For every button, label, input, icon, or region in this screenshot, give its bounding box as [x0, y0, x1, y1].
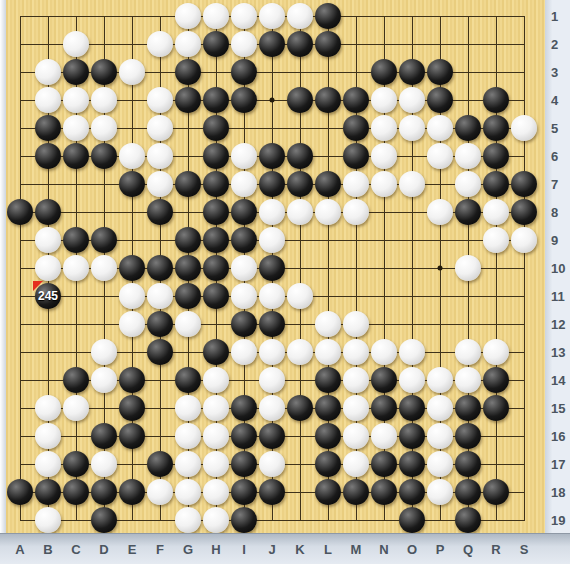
row-label-15: 15 — [551, 401, 565, 416]
row-label-14: 14 — [551, 373, 565, 388]
stone-black-E7[interactable] — [119, 171, 145, 197]
stone-white-B19[interactable] — [35, 507, 61, 533]
stone-white-O7[interactable] — [399, 171, 425, 197]
stone-white-J17[interactable] — [259, 451, 285, 477]
stone-black-E16[interactable] — [119, 423, 145, 449]
stone-black-O19[interactable] — [399, 507, 425, 533]
stone-white-B10[interactable] — [35, 255, 61, 281]
stone-black-H11[interactable] — [203, 283, 229, 309]
stone-black-R5[interactable] — [483, 115, 509, 141]
stone-white-J1[interactable] — [259, 3, 285, 29]
stone-white-N4[interactable] — [371, 87, 397, 113]
stone-white-L8[interactable] — [315, 199, 341, 225]
stone-white-I11[interactable] — [231, 283, 257, 309]
stone-white-R13[interactable] — [483, 339, 509, 365]
stone-white-F4[interactable] — [147, 87, 173, 113]
stone-white-M17[interactable] — [343, 451, 369, 477]
stone-white-I2[interactable] — [231, 31, 257, 57]
column-label-C: C — [71, 542, 80, 557]
stone-black-E14[interactable] — [119, 367, 145, 393]
stone-black-I16[interactable] — [231, 423, 257, 449]
stone-white-M16[interactable] — [343, 423, 369, 449]
stone-white-F5[interactable] — [147, 115, 173, 141]
stone-white-R9[interactable] — [483, 227, 509, 253]
stone-black-H4[interactable] — [203, 87, 229, 113]
stone-black-M6[interactable] — [343, 143, 369, 169]
row-coordinate-strip: 12345678910111213141516171819 — [545, 0, 570, 533]
stone-white-S5[interactable] — [511, 115, 537, 141]
star-point-P10 — [438, 266, 443, 271]
stone-black-L4[interactable] — [315, 87, 341, 113]
stone-white-J11[interactable] — [259, 283, 285, 309]
stone-black-G9[interactable] — [175, 227, 201, 253]
stone-black-Q8[interactable] — [455, 199, 481, 225]
column-label-Q: Q — [463, 542, 473, 557]
stone-black-I8[interactable] — [231, 199, 257, 225]
stone-white-J8[interactable] — [259, 199, 285, 225]
row-label-6: 6 — [551, 149, 558, 164]
column-label-M: M — [351, 542, 362, 557]
stone-white-L13[interactable] — [315, 339, 341, 365]
stone-black-L7[interactable] — [315, 171, 341, 197]
stone-white-M8[interactable] — [343, 199, 369, 225]
stone-white-K11[interactable] — [287, 283, 313, 309]
stone-black-N14[interactable] — [371, 367, 397, 393]
column-label-D: D — [99, 542, 108, 557]
stone-black-M18[interactable] — [343, 479, 369, 505]
stone-black-G4[interactable] — [175, 87, 201, 113]
go-board[interactable]: 245 — [0, 0, 545, 533]
stone-white-O4[interactable] — [399, 87, 425, 113]
column-coordinate-strip: ABCDEFGHIJKLMNOPQRS — [0, 533, 570, 564]
column-label-A: A — [15, 542, 24, 557]
stone-white-L12[interactable] — [315, 311, 341, 337]
stone-black-G11[interactable] — [175, 283, 201, 309]
stone-black-A8[interactable] — [7, 199, 33, 225]
stone-white-D4[interactable] — [91, 87, 117, 113]
column-label-S: S — [520, 542, 529, 557]
stone-black-N18[interactable] — [371, 479, 397, 505]
stone-black-I4[interactable] — [231, 87, 257, 113]
stone-black-P4[interactable] — [427, 87, 453, 113]
stone-black-Q5[interactable] — [455, 115, 481, 141]
column-label-G: G — [183, 542, 193, 557]
column-label-E: E — [128, 542, 137, 557]
stone-black-F12[interactable] — [147, 311, 173, 337]
stone-black-E18[interactable] — [119, 479, 145, 505]
stone-black-O15[interactable] — [399, 395, 425, 421]
row-label-12: 12 — [551, 317, 565, 332]
stone-white-P18[interactable] — [427, 479, 453, 505]
stone-black-H6[interactable] — [203, 143, 229, 169]
row-label-10: 10 — [551, 261, 565, 276]
stone-white-J9[interactable] — [259, 227, 285, 253]
stone-white-M13[interactable] — [343, 339, 369, 365]
stone-black-I15[interactable] — [231, 395, 257, 421]
stone-white-C5[interactable] — [63, 115, 89, 141]
column-label-J: J — [268, 542, 275, 557]
stone-black-G7[interactable] — [175, 171, 201, 197]
stone-white-H18[interactable] — [203, 479, 229, 505]
stone-black-R6[interactable] — [483, 143, 509, 169]
stone-white-D13[interactable] — [91, 339, 117, 365]
stone-white-P6[interactable] — [427, 143, 453, 169]
stone-white-P14[interactable] — [427, 367, 453, 393]
row-label-5: 5 — [551, 121, 558, 136]
column-label-F: F — [156, 542, 164, 557]
stone-white-B17[interactable] — [35, 451, 61, 477]
stone-white-P8[interactable] — [427, 199, 453, 225]
stone-white-O5[interactable] — [399, 115, 425, 141]
stone-black-H2[interactable] — [203, 31, 229, 57]
row-label-2: 2 — [551, 37, 558, 52]
stone-black-B8[interactable] — [35, 199, 61, 225]
stone-black-B11[interactable]: 245 — [35, 283, 61, 309]
stone-black-O16[interactable] — [399, 423, 425, 449]
stone-black-R7[interactable] — [483, 171, 509, 197]
stone-black-H9[interactable] — [203, 227, 229, 253]
column-label-L: L — [324, 542, 332, 557]
column-label-I: I — [242, 542, 246, 557]
stone-white-K1[interactable] — [287, 3, 313, 29]
stone-black-N3[interactable] — [371, 59, 397, 85]
stone-black-O18[interactable] — [399, 479, 425, 505]
stone-white-S9[interactable] — [511, 227, 537, 253]
stone-white-Q14[interactable] — [455, 367, 481, 393]
stone-black-L2[interactable] — [315, 31, 341, 57]
stone-white-M14[interactable] — [343, 367, 369, 393]
stone-white-Q13[interactable] — [455, 339, 481, 365]
column-label-R: R — [491, 542, 500, 557]
grid-line-vertical — [524, 16, 525, 521]
column-label-P: P — [436, 542, 445, 557]
stone-black-C14[interactable] — [63, 367, 89, 393]
stone-black-L14[interactable] — [315, 367, 341, 393]
stone-white-G1[interactable] — [175, 3, 201, 29]
stone-black-H10[interactable] — [203, 255, 229, 281]
stone-white-F18[interactable] — [147, 479, 173, 505]
stone-white-I1[interactable] — [231, 3, 257, 29]
stone-white-Q6[interactable] — [455, 143, 481, 169]
stone-black-L18[interactable] — [315, 479, 341, 505]
stone-black-F10[interactable] — [147, 255, 173, 281]
stone-white-B4[interactable] — [35, 87, 61, 113]
stone-black-Q19[interactable] — [455, 507, 481, 533]
stone-white-H16[interactable] — [203, 423, 229, 449]
stone-black-H7[interactable] — [203, 171, 229, 197]
stone-white-J13[interactable] — [259, 339, 285, 365]
stone-white-E3[interactable] — [119, 59, 145, 85]
move-number-label: 245 — [38, 289, 58, 303]
stone-white-N7[interactable] — [371, 171, 397, 197]
stone-black-O17[interactable] — [399, 451, 425, 477]
stone-white-G16[interactable] — [175, 423, 201, 449]
stone-black-I18[interactable] — [231, 479, 257, 505]
stone-white-N6[interactable] — [371, 143, 397, 169]
stone-white-M7[interactable] — [343, 171, 369, 197]
row-label-16: 16 — [551, 429, 565, 444]
stone-black-B5[interactable] — [35, 115, 61, 141]
stone-white-D17[interactable] — [91, 451, 117, 477]
stone-white-I6[interactable] — [231, 143, 257, 169]
stone-white-G17[interactable] — [175, 451, 201, 477]
stone-black-A18[interactable] — [7, 479, 33, 505]
stone-black-S8[interactable] — [511, 199, 537, 225]
stone-black-K2[interactable] — [287, 31, 313, 57]
stone-white-P16[interactable] — [427, 423, 453, 449]
stone-white-K8[interactable] — [287, 199, 313, 225]
stone-black-G3[interactable] — [175, 59, 201, 85]
stone-black-R15[interactable] — [483, 395, 509, 421]
stone-black-I3[interactable] — [231, 59, 257, 85]
stone-black-P3[interactable] — [427, 59, 453, 85]
stone-black-H13[interactable] — [203, 339, 229, 365]
stone-white-G12[interactable] — [175, 311, 201, 337]
stone-white-H1[interactable] — [203, 3, 229, 29]
stone-black-M4[interactable] — [343, 87, 369, 113]
stone-black-E10[interactable] — [119, 255, 145, 281]
stone-black-J18[interactable] — [259, 479, 285, 505]
stone-black-B18[interactable] — [35, 479, 61, 505]
stone-black-C18[interactable] — [63, 479, 89, 505]
stone-white-P5[interactable] — [427, 115, 453, 141]
column-label-O: O — [407, 542, 417, 557]
stone-black-L17[interactable] — [315, 451, 341, 477]
stone-white-K13[interactable] — [287, 339, 313, 365]
stone-white-C10[interactable] — [63, 255, 89, 281]
stone-white-G18[interactable] — [175, 479, 201, 505]
stone-black-J6[interactable] — [259, 143, 285, 169]
stone-black-E15[interactable] — [119, 395, 145, 421]
stone-white-O13[interactable] — [399, 339, 425, 365]
stone-white-C15[interactable] — [63, 395, 89, 421]
stone-white-P15[interactable] — [427, 395, 453, 421]
stone-black-S7[interactable] — [511, 171, 537, 197]
stone-black-F17[interactable] — [147, 451, 173, 477]
stone-white-B3[interactable] — [35, 59, 61, 85]
stone-white-G2[interactable] — [175, 31, 201, 57]
stone-white-N5[interactable] — [371, 115, 397, 141]
stone-white-D10[interactable] — [91, 255, 117, 281]
row-label-13: 13 — [551, 345, 565, 360]
stone-white-H15[interactable] — [203, 395, 229, 421]
stone-black-B6[interactable] — [35, 143, 61, 169]
row-label-8: 8 — [551, 205, 558, 220]
stone-black-O3[interactable] — [399, 59, 425, 85]
stone-black-Q18[interactable] — [455, 479, 481, 505]
stone-white-Q10[interactable] — [455, 255, 481, 281]
stone-black-D9[interactable] — [91, 227, 117, 253]
stone-white-H19[interactable] — [203, 507, 229, 533]
stone-black-I9[interactable] — [231, 227, 257, 253]
stone-black-J7[interactable] — [259, 171, 285, 197]
row-label-17: 17 — [551, 457, 565, 472]
stone-white-G19[interactable] — [175, 507, 201, 533]
stone-white-J14[interactable] — [259, 367, 285, 393]
row-label-1: 1 — [551, 9, 558, 24]
stone-black-N17[interactable] — [371, 451, 397, 477]
row-label-18: 18 — [551, 485, 565, 500]
column-label-K: K — [295, 542, 304, 557]
stone-white-B16[interactable] — [35, 423, 61, 449]
stone-black-L1[interactable] — [315, 3, 341, 29]
stone-white-M12[interactable] — [343, 311, 369, 337]
row-label-19: 19 — [551, 513, 565, 528]
stone-white-E12[interactable] — [119, 311, 145, 337]
stone-black-I17[interactable] — [231, 451, 257, 477]
stone-white-D5[interactable] — [91, 115, 117, 141]
column-label-N: N — [379, 542, 388, 557]
stone-white-N13[interactable] — [371, 339, 397, 365]
stone-black-I19[interactable] — [231, 507, 257, 533]
stone-black-K6[interactable] — [287, 143, 313, 169]
stone-black-D19[interactable] — [91, 507, 117, 533]
stone-white-F2[interactable] — [147, 31, 173, 57]
stone-white-B9[interactable] — [35, 227, 61, 253]
stone-white-F7[interactable] — [147, 171, 173, 197]
stone-black-L16[interactable] — [315, 423, 341, 449]
stone-white-R8[interactable] — [483, 199, 509, 225]
stone-white-H17[interactable] — [203, 451, 229, 477]
stone-white-E6[interactable] — [119, 143, 145, 169]
row-label-11: 11 — [551, 289, 565, 304]
star-point-J4 — [270, 98, 275, 103]
stone-white-H14[interactable] — [203, 367, 229, 393]
stone-white-C2[interactable] — [63, 31, 89, 57]
stone-black-J10[interactable] — [259, 255, 285, 281]
stone-black-K4[interactable] — [287, 87, 313, 113]
stone-black-M5[interactable] — [343, 115, 369, 141]
stone-white-C4[interactable] — [63, 87, 89, 113]
stone-black-C6[interactable] — [63, 143, 89, 169]
stone-black-H5[interactable] — [203, 115, 229, 141]
stone-white-E11[interactable] — [119, 283, 145, 309]
column-label-H: H — [211, 542, 220, 557]
stone-black-N15[interactable] — [371, 395, 397, 421]
stone-white-Q7[interactable] — [455, 171, 481, 197]
stone-white-B15[interactable] — [35, 395, 61, 421]
stone-white-N16[interactable] — [371, 423, 397, 449]
stone-white-G15[interactable] — [175, 395, 201, 421]
stone-white-F11[interactable] — [147, 283, 173, 309]
stone-black-J12[interactable] — [259, 311, 285, 337]
row-label-7: 7 — [551, 177, 558, 192]
stone-black-L15[interactable] — [315, 395, 341, 421]
row-label-3: 3 — [551, 65, 558, 80]
stone-white-P17[interactable] — [427, 451, 453, 477]
stone-black-G10[interactable] — [175, 255, 201, 281]
stone-white-D14[interactable] — [91, 367, 117, 393]
stone-white-J15[interactable] — [259, 395, 285, 421]
stone-black-J16[interactable] — [259, 423, 285, 449]
stone-black-F13[interactable] — [147, 339, 173, 365]
stone-white-I13[interactable] — [231, 339, 257, 365]
row-label-9: 9 — [551, 233, 558, 248]
stone-black-D6[interactable] — [91, 143, 117, 169]
stone-white-O14[interactable] — [399, 367, 425, 393]
stone-black-R18[interactable] — [483, 479, 509, 505]
row-label-4: 4 — [551, 93, 558, 108]
stone-black-C9[interactable] — [63, 227, 89, 253]
stone-black-K7[interactable] — [287, 171, 313, 197]
stone-black-R4[interactable] — [483, 87, 509, 113]
stone-black-H8[interactable] — [203, 199, 229, 225]
stone-black-Q16[interactable] — [455, 423, 481, 449]
stone-black-D18[interactable] — [91, 479, 117, 505]
stone-black-C3[interactable] — [63, 59, 89, 85]
stone-black-G14[interactable] — [175, 367, 201, 393]
go-app-window: 245 12345678910111213141516171819 ABCDEF… — [0, 0, 570, 564]
stone-black-Q15[interactable] — [455, 395, 481, 421]
stone-black-Q17[interactable] — [455, 451, 481, 477]
stone-white-I7[interactable] — [231, 171, 257, 197]
stone-black-K15[interactable] — [287, 395, 313, 421]
stone-black-R14[interactable] — [483, 367, 509, 393]
stone-black-D3[interactable] — [91, 59, 117, 85]
stone-black-F8[interactable] — [147, 199, 173, 225]
stone-white-I10[interactable] — [231, 255, 257, 281]
stone-black-J2[interactable] — [259, 31, 285, 57]
left-edge-strip — [0, 0, 6, 533]
stone-white-F6[interactable] — [147, 143, 173, 169]
stone-black-D16[interactable] — [91, 423, 117, 449]
stone-black-I12[interactable] — [231, 311, 257, 337]
stone-white-M15[interactable] — [343, 395, 369, 421]
column-label-B: B — [43, 542, 52, 557]
stone-black-C17[interactable] — [63, 451, 89, 477]
